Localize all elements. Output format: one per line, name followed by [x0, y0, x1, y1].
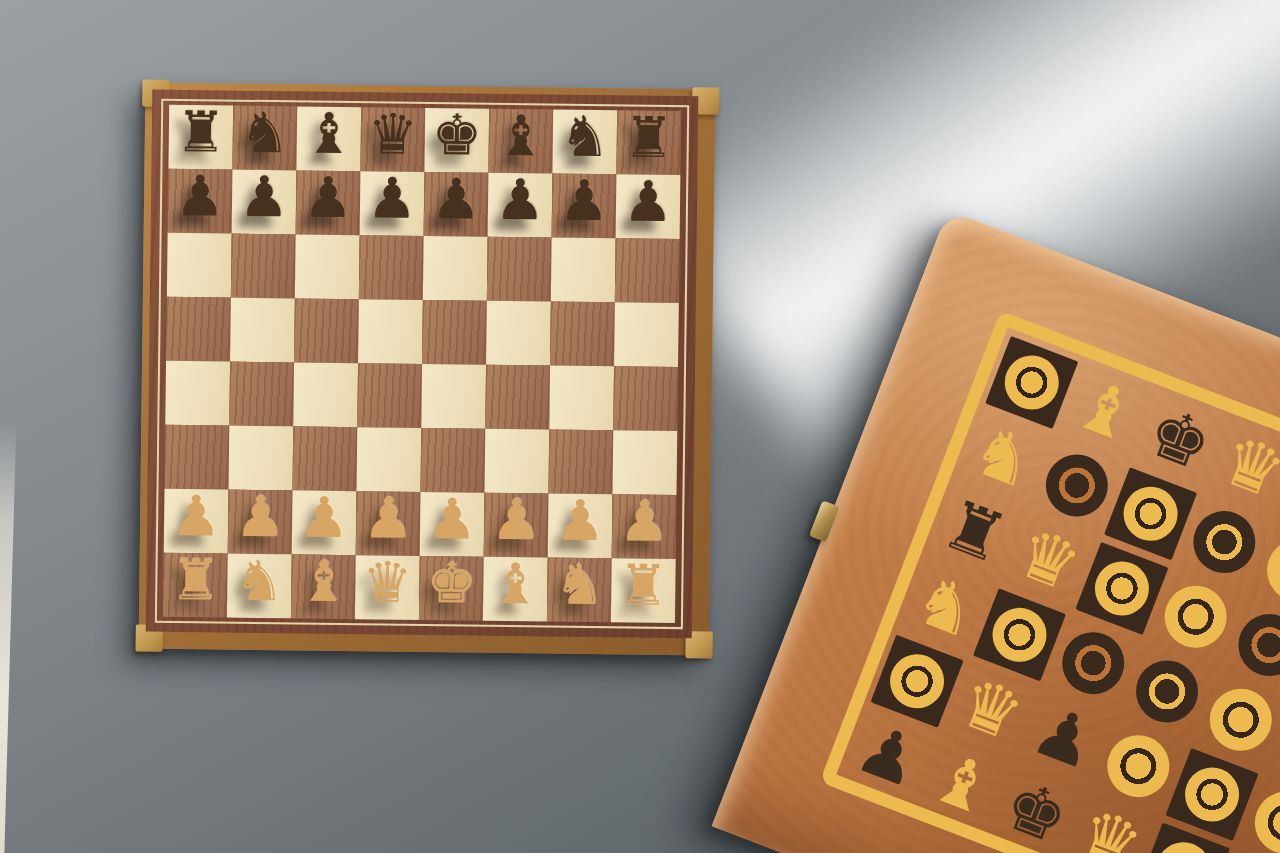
piece-white-pawn-c2: ♟	[292, 484, 357, 549]
piece-white-king-e1: ♚	[419, 550, 484, 615]
square-h4	[613, 366, 678, 431]
square-d7: ♟	[360, 171, 425, 236]
piece-white-rook-a1: ♜	[163, 547, 228, 612]
square-f2: ♟	[484, 493, 549, 558]
piece-white-bishop-c1: ♝	[291, 548, 356, 613]
piece-black-knight-b8: ♞	[232, 100, 297, 165]
square-h3	[612, 430, 677, 495]
square-g4	[549, 366, 614, 431]
square-h1: ♜	[611, 558, 676, 623]
piece-white-bishop-f1: ♝	[483, 551, 548, 616]
square-a5	[166, 297, 231, 362]
square-g1: ♞	[547, 557, 612, 622]
square-e6	[423, 236, 488, 301]
piece-black-pawn-e7: ♟	[424, 166, 489, 231]
square-a6	[167, 233, 232, 298]
square-b5	[230, 298, 295, 363]
piece-white-queen-d1: ♛	[355, 549, 420, 614]
square-b2: ♟	[228, 490, 293, 555]
square-a8: ♜	[168, 105, 233, 170]
box-artwork-frame: ♝♚♛♞♜♛♞♛♟♟♝♚♛	[820, 310, 1280, 853]
square-h7: ♟	[616, 174, 681, 239]
square-d6	[359, 235, 424, 300]
square-c1: ♝	[291, 554, 356, 619]
piece-white-pawn-d2: ♟	[356, 485, 421, 550]
square-g3	[548, 429, 613, 494]
square-h6	[615, 238, 680, 303]
square-g2: ♟	[548, 493, 613, 558]
square-c8: ♝	[296, 106, 361, 171]
square-d8: ♛	[360, 107, 425, 172]
square-e3	[420, 428, 485, 493]
piece-black-pawn-g7: ♟	[552, 168, 617, 233]
box-pattern: ♝♚♛♞♜♛♞♛♟♟♝♚♛	[840, 331, 1280, 853]
square-e7: ♟	[424, 172, 489, 237]
square-d1: ♛	[355, 555, 420, 620]
piece-black-bishop-f8: ♝	[488, 103, 553, 168]
piece-white-pawn-h2: ♟	[612, 488, 677, 553]
square-c2: ♟	[292, 490, 357, 555]
piece-black-knight-g8: ♞	[552, 104, 617, 169]
piece-white-pawn-a2: ♟	[164, 483, 229, 548]
square-f1: ♝	[483, 557, 548, 622]
board-face: ♜♞♝♛♚♝♞♜♟♟♟♟♟♟♟♟♟♟♟♟♟♟♟♟♜♞♝♛♚♝♞♜	[146, 90, 699, 639]
square-g5	[550, 302, 615, 367]
piece-black-pawn-h7: ♟	[616, 168, 681, 233]
square-c5	[294, 298, 359, 363]
square-d3	[357, 427, 422, 492]
desk-surface: ♜♞♝♛♚♝♞♜♟♟♟♟♟♟♟♟♟♟♟♟♟♟♟♟♜♞♝♛♚♝♞♜ ♝♚♛♞♜♛♞…	[0, 0, 1280, 853]
piece-white-pawn-g2: ♟	[548, 487, 613, 552]
square-h5	[614, 302, 679, 367]
square-f3	[484, 429, 549, 494]
piece-white-pawn-b2: ♟	[228, 484, 293, 549]
square-e2: ♟	[420, 492, 485, 557]
square-b7: ♟	[232, 170, 297, 235]
square-e8: ♚	[424, 108, 489, 173]
piece-black-king-e8: ♚	[424, 102, 489, 167]
square-f8: ♝	[488, 109, 553, 174]
piece-white-pawn-f2: ♟	[484, 487, 549, 552]
square-f7: ♟	[488, 173, 553, 238]
piece-black-pawn-d7: ♟	[360, 165, 425, 230]
square-d2: ♟	[356, 491, 421, 556]
chess-board: ♜♞♝♛♚♝♞♜♟♟♟♟♟♟♟♟♟♟♟♟♟♟♟♟♜♞♝♛♚♝♞♜	[139, 83, 716, 656]
square-g6	[551, 238, 616, 303]
square-a7: ♟	[168, 169, 233, 234]
piece-white-rook-h1: ♜	[611, 552, 676, 617]
piece-black-pawn-a7: ♟	[168, 163, 233, 228]
games-box: ♝♚♛♞♜♛♞♛♟♟♝♚♛	[711, 210, 1280, 853]
square-e4	[421, 364, 486, 429]
square-f6	[487, 237, 552, 302]
games-box-lid: ♝♚♛♞♜♛♞♛♟♟♝♚♛	[711, 210, 1280, 853]
mat-edge	[0, 420, 16, 853]
square-a2: ♟	[164, 489, 229, 554]
square-b1: ♞	[227, 554, 292, 619]
square-b6	[231, 234, 296, 299]
square-a3	[165, 425, 230, 490]
square-d4	[357, 363, 422, 428]
piece-black-pawn-b7: ♟	[232, 164, 297, 229]
square-d5	[358, 299, 423, 364]
square-e1: ♚	[419, 556, 484, 621]
square-c3	[293, 426, 358, 491]
square-c7: ♟	[296, 170, 361, 235]
square-b3	[229, 426, 294, 491]
square-e5	[422, 300, 487, 365]
square-a4	[165, 361, 230, 426]
square-c6	[295, 234, 360, 299]
square-b8: ♞	[232, 106, 297, 171]
piece-black-bishop-c8: ♝	[296, 100, 361, 165]
square-c4	[293, 362, 358, 427]
square-b4	[229, 362, 294, 427]
square-g8: ♞	[552, 110, 617, 175]
piece-white-knight-b1: ♞	[227, 548, 292, 613]
piece-white-knight-g1: ♞	[547, 551, 612, 616]
piece-black-pawn-c7: ♟	[296, 164, 361, 229]
piece-black-rook-a8: ♜	[168, 99, 233, 164]
piece-white-pawn-e2: ♟	[420, 486, 485, 551]
piece-black-queen-d8: ♛	[360, 101, 425, 166]
square-h2: ♟	[612, 494, 677, 559]
piece-black-pawn-f7: ♟	[488, 167, 553, 232]
square-g7: ♟	[552, 174, 617, 239]
square-f5	[486, 301, 551, 366]
square-a1: ♜	[163, 553, 228, 618]
board-grid: ♜♞♝♛♚♝♞♜♟♟♟♟♟♟♟♟♟♟♟♟♟♟♟♟♜♞♝♛♚♝♞♜	[163, 105, 681, 623]
square-f4	[485, 365, 550, 430]
piece-black-rook-h8: ♜	[616, 104, 681, 169]
square-h8: ♜	[616, 110, 681, 175]
